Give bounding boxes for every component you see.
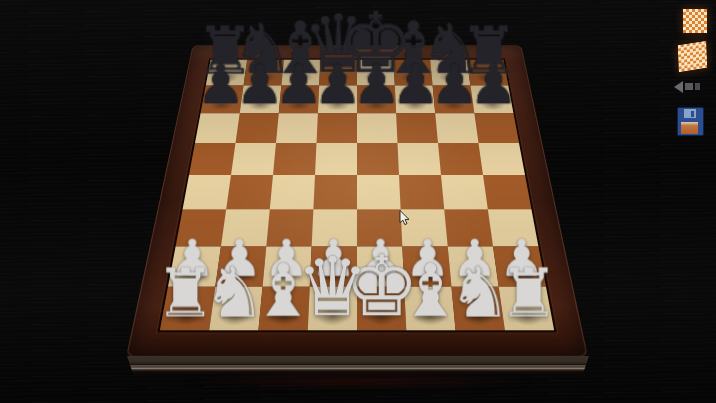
board-grid: ♜♞♝♛♚♝♞♜♟♟♟♟♟♟♟♟♟♟♟♟♟♟♟♟♜♞♝♛♚♝♞♜ [160,60,554,331]
board-3d-view-icon[interactable] [677,39,709,73]
square-f4[interactable] [399,175,444,209]
square-b4[interactable] [226,175,273,209]
undo-bar [695,83,700,90]
square-g5[interactable] [438,143,483,175]
square-d6[interactable] [316,113,357,143]
square-h7[interactable]: ♟ [470,86,513,114]
square-b5[interactable] [231,143,276,175]
square-a5[interactable] [189,143,235,175]
save-game-icon[interactable] [677,107,704,136]
board-frame: ♜♞♝♛♚♝♞♜♟♟♟♟♟♟♟♟♟♟♟♟♟♟♟♟♜♞♝♛♚♝♞♜ [126,46,588,357]
square-b6[interactable] [235,113,278,143]
square-g1[interactable]: ♞ [451,287,504,331]
square-c1[interactable]: ♝ [258,287,309,331]
piece-white-knight[interactable]: ♞ [448,259,511,326]
square-f5[interactable] [398,143,441,175]
floppy-label [681,122,698,134]
piece-black-pawn[interactable]: ♟ [469,59,518,111]
piece-white-knight[interactable]: ♞ [203,259,266,326]
square-c4[interactable] [270,175,315,209]
square-g4[interactable] [441,175,488,209]
square-h5[interactable] [479,143,525,175]
square-c5[interactable] [273,143,316,175]
board-floor-shadow [140,373,576,389]
floppy-slot [691,111,694,117]
square-c6[interactable] [276,113,318,143]
square-d5[interactable] [315,143,357,175]
square-h4[interactable] [483,175,531,209]
square-a6[interactable] [195,113,240,143]
chessboard-3d: ♜♞♝♛♚♝♞♜♟♟♟♟♟♟♟♟♟♟♟♟♟♟♟♟♜♞♝♛♚♝♞♜ [126,46,588,357]
square-e6[interactable] [357,113,398,143]
floppy-shutter [684,109,696,118]
square-e5[interactable] [357,143,399,175]
square-h6[interactable] [474,113,519,143]
square-d4[interactable] [313,175,357,209]
square-f6[interactable] [396,113,438,143]
square-b1[interactable]: ♞ [209,287,262,331]
undo-arrow-icon [674,81,683,93]
square-e4[interactable] [357,175,401,209]
square-a4[interactable] [183,175,231,209]
board-2d-view-icon[interactable] [682,8,708,34]
undo-move-icon[interactable] [674,80,706,93]
square-g6[interactable] [435,113,478,143]
mouse-cursor-icon [399,210,411,227]
undo-bar [685,83,693,90]
app-window: ♜♞♝♛♚♝♞♜♟♟♟♟♟♟♟♟♟♟♟♟♟♟♟♟♜♞♝♛♚♝♞♜ [0,0,716,403]
